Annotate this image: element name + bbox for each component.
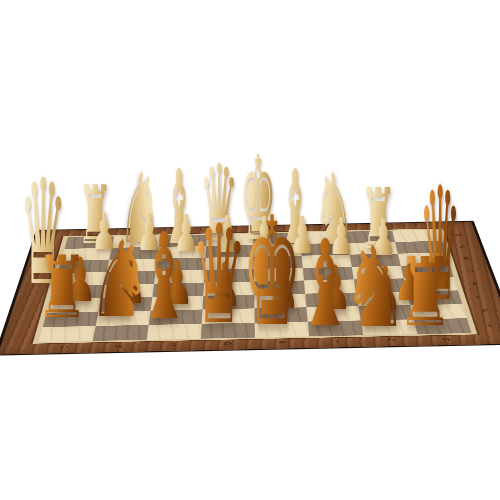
board-square xyxy=(254,280,305,294)
board-square xyxy=(54,272,107,286)
board-square xyxy=(301,243,350,256)
rank-coordinates: 12345678 xyxy=(39,222,471,231)
board-square xyxy=(202,308,255,323)
file-label: e xyxy=(276,340,289,344)
board-square xyxy=(157,246,206,259)
board-square xyxy=(254,268,304,282)
board-square xyxy=(204,269,254,283)
board-square xyxy=(203,295,255,310)
board-square xyxy=(206,234,253,246)
board-square xyxy=(61,248,112,261)
rank-label: 1 xyxy=(482,323,496,327)
board-square xyxy=(308,320,364,336)
board-square xyxy=(398,253,450,266)
board-square xyxy=(305,293,358,308)
board-square xyxy=(255,322,309,338)
file-label: c xyxy=(167,343,180,347)
board-square xyxy=(254,307,307,322)
board-square xyxy=(302,255,352,268)
board-square xyxy=(350,254,401,267)
rank-label: 3 xyxy=(473,295,486,299)
board-square xyxy=(404,277,458,291)
rank-label: 4 xyxy=(468,282,481,285)
file-label: f xyxy=(330,339,344,343)
file-label: d xyxy=(221,342,234,346)
board-square xyxy=(203,282,254,296)
rank-label: 8 xyxy=(452,233,464,236)
board-square xyxy=(254,256,303,269)
board-square xyxy=(99,297,153,312)
rank-label: 2 xyxy=(478,309,492,313)
file-label: g xyxy=(385,338,399,342)
board-square xyxy=(352,266,404,280)
board-square xyxy=(109,247,159,260)
rank-label: 7 xyxy=(456,245,468,248)
board-square xyxy=(147,324,202,340)
file-label: a xyxy=(57,345,71,349)
board-square xyxy=(304,279,356,293)
board-square xyxy=(348,242,398,255)
board-field xyxy=(38,230,471,342)
board-square xyxy=(156,258,206,271)
board-square xyxy=(50,285,104,299)
board-square xyxy=(104,271,156,285)
board-square xyxy=(38,326,95,342)
board-square xyxy=(253,244,301,257)
board-square xyxy=(306,306,360,321)
chess-board: abcdefgh 12345678 xyxy=(0,221,500,356)
board-square xyxy=(361,319,418,335)
board-square xyxy=(101,284,154,298)
file-label: h xyxy=(439,337,453,341)
board-square xyxy=(201,323,255,339)
board-square xyxy=(395,241,446,254)
board-square xyxy=(410,304,466,319)
board-square xyxy=(107,259,158,272)
board-square xyxy=(407,290,462,305)
board-square xyxy=(354,278,407,292)
board-square xyxy=(93,325,149,341)
board-square xyxy=(205,245,253,258)
file-coordinates: abcdefgh xyxy=(39,222,471,231)
board-square xyxy=(154,270,205,284)
board-square xyxy=(414,318,472,334)
rank-label: 5 xyxy=(464,269,477,272)
board-square xyxy=(58,260,110,273)
board-square xyxy=(401,265,454,279)
board-square xyxy=(96,311,151,326)
file-label: b xyxy=(112,344,126,348)
board-square xyxy=(43,312,99,327)
rank-label: 6 xyxy=(460,257,473,260)
chess-set-photo: abcdefgh 12345678 ♚♜♛♞♝♝♞♜♟♟♟♟♟♟♟♟♛♟♟♟♟♛… xyxy=(0,0,500,500)
board-square xyxy=(47,298,102,313)
board-square xyxy=(152,283,204,297)
board-square xyxy=(254,294,306,309)
board-square xyxy=(205,257,254,270)
board-square xyxy=(151,296,204,311)
board-square xyxy=(356,291,410,306)
board-square xyxy=(149,309,203,324)
board-square xyxy=(303,267,354,281)
board-square xyxy=(358,305,413,320)
